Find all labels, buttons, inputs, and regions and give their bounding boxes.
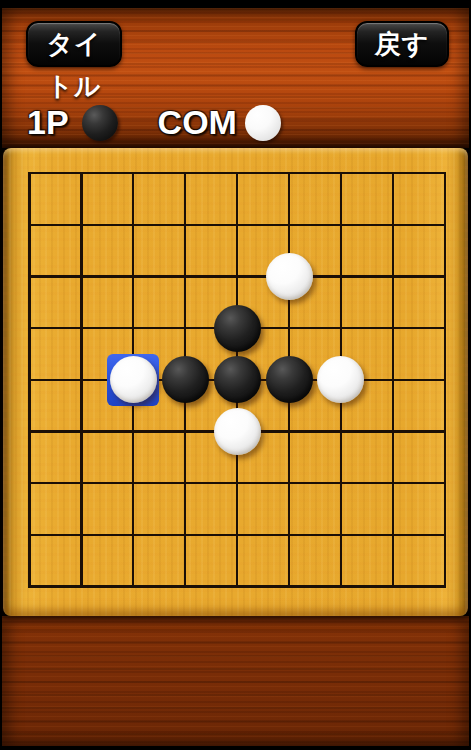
undo-button[interactable]: 戻す <box>355 21 449 67</box>
white-stone <box>317 356 364 403</box>
app-screen: タイトル 戻す 1P COM <box>0 0 471 750</box>
player-indicators: 1P COM <box>27 100 281 145</box>
white-stone <box>214 408 261 455</box>
player1-label: 1P <box>27 103 69 142</box>
white-stone <box>110 356 157 403</box>
black-stone <box>162 356 209 403</box>
com-white-stone-icon <box>245 105 281 141</box>
white-stone <box>266 253 313 300</box>
black-stone <box>214 356 261 403</box>
black-stone <box>266 356 313 403</box>
wood-background-bottom <box>2 616 469 746</box>
board-pieces <box>3 148 468 616</box>
player1-black-stone-icon <box>82 105 118 141</box>
com-label: COM <box>158 103 237 142</box>
title-button[interactable]: タイトル <box>26 21 122 67</box>
black-stone <box>214 305 261 352</box>
go-board[interactable] <box>3 148 468 616</box>
